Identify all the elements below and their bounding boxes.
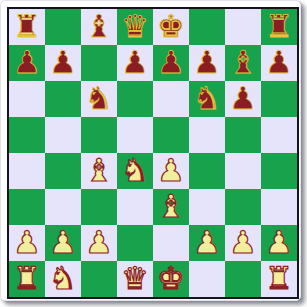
black-pawn[interactable]: ♟	[45, 45, 81, 81]
white-bishop[interactable]: ♝	[153, 189, 189, 225]
square-h5[interactable]	[261, 117, 297, 153]
square-g4[interactable]	[225, 153, 261, 189]
square-d7[interactable]: ♟	[117, 45, 153, 81]
square-e3[interactable]: ♝	[153, 189, 189, 225]
square-c4[interactable]: ♝	[81, 153, 117, 189]
square-a2[interactable]: ♟	[9, 225, 45, 261]
square-f2[interactable]: ♟	[189, 225, 225, 261]
square-g5[interactable]	[225, 117, 261, 153]
square-d2[interactable]	[117, 225, 153, 261]
square-g3[interactable]	[225, 189, 261, 225]
square-c6[interactable]: ♞	[81, 81, 117, 117]
square-f7[interactable]: ♟	[189, 45, 225, 81]
square-c3[interactable]	[81, 189, 117, 225]
square-f5[interactable]	[189, 117, 225, 153]
square-a3[interactable]	[9, 189, 45, 225]
white-rook[interactable]: ♜	[9, 261, 45, 297]
square-a4[interactable]	[9, 153, 45, 189]
square-e4[interactable]: ♟	[153, 153, 189, 189]
square-e6[interactable]	[153, 81, 189, 117]
square-d8[interactable]: ♛	[117, 9, 153, 45]
square-b6[interactable]	[45, 81, 81, 117]
square-c5[interactable]	[81, 117, 117, 153]
black-pawn[interactable]: ♟	[189, 45, 225, 81]
page-background: ♜♝♛♚♜♟♟♟♟♟♝♟♞♞♟♝♞♟♝♟♟♟♟♟♟♜♞♛♚♜	[0, 0, 307, 307]
square-f1[interactable]	[189, 261, 225, 297]
square-g1[interactable]	[225, 261, 261, 297]
white-pawn[interactable]: ♟	[45, 225, 81, 261]
square-c8[interactable]: ♝	[81, 9, 117, 45]
square-b5[interactable]	[45, 117, 81, 153]
square-c1[interactable]	[81, 261, 117, 297]
white-king[interactable]: ♚	[153, 261, 189, 297]
square-c2[interactable]: ♟	[81, 225, 117, 261]
square-e5[interactable]	[153, 117, 189, 153]
square-d1[interactable]: ♛	[117, 261, 153, 297]
white-rook[interactable]: ♜	[261, 261, 297, 297]
square-a8[interactable]: ♜	[9, 9, 45, 45]
white-pawn[interactable]: ♟	[225, 225, 261, 261]
black-bishop[interactable]: ♝	[225, 45, 261, 81]
square-g6[interactable]: ♟	[225, 81, 261, 117]
square-c7[interactable]	[81, 45, 117, 81]
square-a7[interactable]: ♟	[9, 45, 45, 81]
black-knight[interactable]: ♞	[189, 81, 225, 117]
square-a5[interactable]	[9, 117, 45, 153]
square-b1[interactable]: ♞	[45, 261, 81, 297]
square-h2[interactable]: ♟	[261, 225, 297, 261]
square-f4[interactable]	[189, 153, 225, 189]
square-e2[interactable]	[153, 225, 189, 261]
square-h1[interactable]: ♜	[261, 261, 297, 297]
white-queen[interactable]: ♛	[117, 261, 153, 297]
square-h3[interactable]	[261, 189, 297, 225]
square-e8[interactable]: ♚	[153, 9, 189, 45]
black-pawn[interactable]: ♟	[9, 45, 45, 81]
square-d6[interactable]	[117, 81, 153, 117]
black-rook[interactable]: ♜	[261, 9, 297, 45]
square-h6[interactable]	[261, 81, 297, 117]
square-b7[interactable]: ♟	[45, 45, 81, 81]
square-e7[interactable]: ♟	[153, 45, 189, 81]
square-d5[interactable]	[117, 117, 153, 153]
white-pawn[interactable]: ♟	[261, 225, 297, 261]
white-bishop[interactable]: ♝	[81, 153, 117, 189]
square-h4[interactable]	[261, 153, 297, 189]
black-queen[interactable]: ♛	[117, 9, 153, 45]
square-b3[interactable]	[45, 189, 81, 225]
square-a6[interactable]	[9, 81, 45, 117]
black-pawn[interactable]: ♟	[153, 45, 189, 81]
board-frame: ♜♝♛♚♜♟♟♟♟♟♝♟♞♞♟♝♞♟♝♟♟♟♟♟♟♜♞♛♚♜	[0, 0, 301, 301]
black-pawn[interactable]: ♟	[261, 45, 297, 81]
black-pawn[interactable]: ♟	[225, 81, 261, 117]
white-pawn[interactable]: ♟	[153, 153, 189, 189]
chess-board: ♜♝♛♚♜♟♟♟♟♟♝♟♞♞♟♝♞♟♝♟♟♟♟♟♟♜♞♛♚♜	[7, 7, 299, 299]
square-b2[interactable]: ♟	[45, 225, 81, 261]
square-h8[interactable]: ♜	[261, 9, 297, 45]
black-rook[interactable]: ♜	[9, 9, 45, 45]
white-knight[interactable]: ♞	[117, 153, 153, 189]
square-b4[interactable]	[45, 153, 81, 189]
square-h7[interactable]: ♟	[261, 45, 297, 81]
square-g8[interactable]	[225, 9, 261, 45]
black-knight[interactable]: ♞	[81, 81, 117, 117]
square-e1[interactable]: ♚	[153, 261, 189, 297]
black-pawn[interactable]: ♟	[117, 45, 153, 81]
white-pawn[interactable]: ♟	[81, 225, 117, 261]
white-pawn[interactable]: ♟	[189, 225, 225, 261]
square-f8[interactable]	[189, 9, 225, 45]
square-d3[interactable]	[117, 189, 153, 225]
square-g7[interactable]: ♝	[225, 45, 261, 81]
white-knight[interactable]: ♞	[45, 261, 81, 297]
square-d4[interactable]: ♞	[117, 153, 153, 189]
square-f3[interactable]	[189, 189, 225, 225]
square-a1[interactable]: ♜	[9, 261, 45, 297]
square-b8[interactable]	[45, 9, 81, 45]
black-bishop[interactable]: ♝	[81, 9, 117, 45]
black-king[interactable]: ♚	[153, 9, 189, 45]
square-g2[interactable]: ♟	[225, 225, 261, 261]
white-pawn[interactable]: ♟	[9, 225, 45, 261]
square-f6[interactable]: ♞	[189, 81, 225, 117]
